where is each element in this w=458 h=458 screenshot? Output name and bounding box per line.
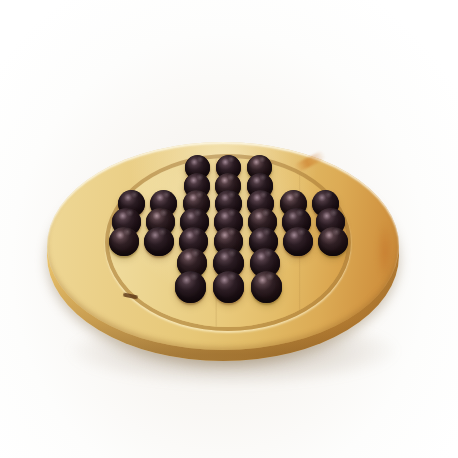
off-board [324,269,362,305]
hole-r7c4[interactable]: ● [209,269,247,305]
marble-r7c3[interactable]: ● [175,271,207,303]
off-board [133,269,171,305]
marble-sheen [251,271,283,303]
board-row: ●●● [95,269,362,305]
marble-r7c4[interactable]: ● [213,271,245,303]
off-board [95,269,133,305]
photo-scene: Peg Solitaire ●●●●●●●●●●●●●●●●●●●●●●●●●●… [0,0,458,458]
marble-sheen [213,271,245,303]
marble-r7c5[interactable]: ● [251,271,283,303]
hole-r7c3[interactable]: ● [171,269,209,305]
hole-r7c5[interactable]: ● [248,269,286,305]
marble-sheen [175,271,207,303]
off-board [286,269,324,305]
board-grid: ●●●●●●●●●●●●●●●●●●●●●●●●●●●●●●●●● [0,0,458,458]
